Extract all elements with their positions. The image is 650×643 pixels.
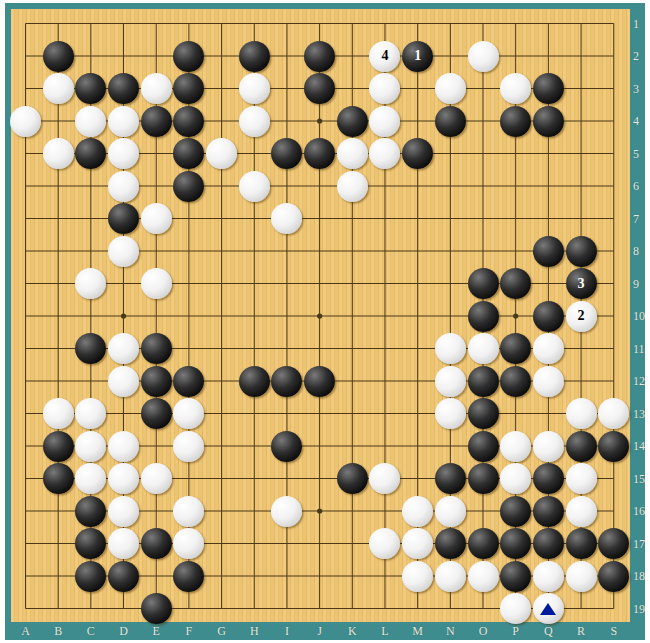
row-label-18: 18 [633, 570, 645, 582]
column-label-R: R [577, 625, 585, 637]
white-stone-L4[interactable] [369, 106, 400, 137]
black-stone-E4[interactable] [141, 106, 172, 137]
black-stone-Q8[interactable] [533, 236, 564, 267]
row-label-1: 1 [633, 18, 639, 30]
black-stone-F6[interactable] [173, 171, 204, 202]
black-stone-F4[interactable] [173, 106, 204, 137]
move-number-label: 3 [578, 277, 585, 291]
column-label-F: F [186, 625, 193, 637]
column-label-G: G [217, 625, 226, 637]
black-stone-O14[interactable] [468, 431, 499, 462]
row-label-16: 16 [633, 505, 645, 517]
white-stone-B5[interactable] [43, 138, 74, 169]
black-stone-O17[interactable] [468, 528, 499, 559]
row-label-8: 8 [633, 245, 639, 257]
column-label-H: H [250, 625, 259, 637]
black-stone-J2[interactable] [304, 41, 335, 72]
white-stone-E3[interactable] [141, 73, 172, 104]
black-stone-K4[interactable] [337, 106, 368, 137]
black-stone-D3[interactable] [108, 73, 139, 104]
black-stone-C18[interactable] [75, 561, 106, 592]
black-stone-O15[interactable] [468, 463, 499, 494]
white-stone-O18[interactable] [468, 561, 499, 592]
goban[interactable]: 4132 [11, 9, 630, 622]
white-stone-E15[interactable] [141, 463, 172, 494]
star-point [317, 118, 322, 123]
white-stone-Q12[interactable] [533, 366, 564, 397]
white-stone-Q18[interactable] [533, 561, 564, 592]
black-stone-E17[interactable] [141, 528, 172, 559]
white-stone-D15[interactable] [108, 463, 139, 494]
star-point [317, 313, 322, 318]
white-stone-O11[interactable] [468, 333, 499, 364]
row-label-14: 14 [633, 440, 645, 452]
column-label-B: B [54, 625, 62, 637]
white-stone-E9[interactable] [141, 268, 172, 299]
black-stone-M2[interactable]: 1 [402, 41, 433, 72]
row-label-9: 9 [633, 278, 639, 290]
black-stone-F18[interactable] [173, 561, 204, 592]
black-stone-H2[interactable] [239, 41, 270, 72]
white-stone-D5[interactable] [108, 138, 139, 169]
white-stone-R10[interactable]: 2 [566, 301, 597, 332]
white-stone-K6[interactable] [337, 171, 368, 202]
black-stone-R8[interactable] [566, 236, 597, 267]
move-number-label: 4 [381, 49, 388, 63]
white-stone-D17[interactable] [108, 528, 139, 559]
column-label-J: J [317, 625, 322, 637]
row-label-17: 17 [633, 538, 645, 550]
white-stone-F16[interactable] [173, 496, 204, 527]
white-stone-D11[interactable] [108, 333, 139, 364]
black-stone-J5[interactable] [304, 138, 335, 169]
white-stone-N12[interactable] [435, 366, 466, 397]
column-label-C: C [87, 625, 95, 637]
white-stone-B13[interactable] [43, 398, 74, 429]
black-stone-P12[interactable] [500, 366, 531, 397]
white-stone-D12[interactable] [108, 366, 139, 397]
black-stone-E13[interactable] [141, 398, 172, 429]
white-stone-E7[interactable] [141, 203, 172, 234]
white-stone-M18[interactable] [402, 561, 433, 592]
white-stone-R15[interactable] [566, 463, 597, 494]
white-stone-P14[interactable] [500, 431, 531, 462]
black-stone-Q16[interactable] [533, 496, 564, 527]
white-stone-Q14[interactable] [533, 431, 564, 462]
black-stone-P4[interactable] [500, 106, 531, 137]
black-stone-C16[interactable] [75, 496, 106, 527]
move-number-label: 2 [578, 309, 585, 323]
column-label-S: S [610, 625, 617, 637]
white-stone-Q11[interactable] [533, 333, 564, 364]
white-stone-N13[interactable] [435, 398, 466, 429]
black-stone-O12[interactable] [468, 366, 499, 397]
black-stone-J12[interactable] [304, 366, 335, 397]
black-stone-R17[interactable] [566, 528, 597, 559]
white-stone-A4[interactable] [10, 106, 41, 137]
black-stone-I14[interactable] [271, 431, 302, 462]
column-label-I: I [285, 625, 289, 637]
column-label-A: A [21, 625, 30, 637]
white-stone-P15[interactable] [500, 463, 531, 494]
white-stone-H3[interactable] [239, 73, 270, 104]
row-label-5: 5 [633, 148, 639, 160]
black-stone-K15[interactable] [337, 463, 368, 494]
black-stone-B15[interactable] [43, 463, 74, 494]
white-stone-H6[interactable] [239, 171, 270, 202]
white-stone-B3[interactable] [43, 73, 74, 104]
row-label-13: 13 [633, 408, 645, 420]
black-stone-N17[interactable] [435, 528, 466, 559]
black-stone-S14[interactable] [598, 431, 629, 462]
black-stone-Q3[interactable] [533, 73, 564, 104]
black-stone-F2[interactable] [173, 41, 204, 72]
column-label-L: L [381, 625, 388, 637]
white-stone-C4[interactable] [75, 106, 106, 137]
black-stone-O13[interactable] [468, 398, 499, 429]
black-stone-Q15[interactable] [533, 463, 564, 494]
white-stone-D4[interactable] [108, 106, 139, 137]
column-label-D: D [119, 625, 128, 637]
triangle-marker-icon [540, 603, 556, 615]
white-stone-I16[interactable] [271, 496, 302, 527]
black-stone-Q17[interactable] [533, 528, 564, 559]
white-stone-P19[interactable] [500, 593, 531, 624]
white-stone-N11[interactable] [435, 333, 466, 364]
black-stone-P17[interactable] [500, 528, 531, 559]
star-point [513, 313, 518, 318]
black-stone-R14[interactable] [566, 431, 597, 462]
black-stone-O10[interactable] [468, 301, 499, 332]
white-stone-Q19[interactable] [533, 593, 564, 624]
white-stone-P3[interactable] [500, 73, 531, 104]
white-stone-D14[interactable] [108, 431, 139, 462]
white-stone-M17[interactable] [402, 528, 433, 559]
black-stone-N4[interactable] [435, 106, 466, 137]
star-point [121, 313, 126, 318]
black-stone-P11[interactable] [500, 333, 531, 364]
black-stone-S18[interactable] [598, 561, 629, 592]
black-stone-M5[interactable] [402, 138, 433, 169]
black-stone-J3[interactable] [304, 73, 335, 104]
page: { "game": "go", "board": { "size": 19, "… [0, 0, 650, 643]
row-label-15: 15 [633, 473, 645, 485]
row-label-11: 11 [633, 343, 645, 355]
black-stone-Q10[interactable] [533, 301, 564, 332]
white-stone-D6[interactable] [108, 171, 139, 202]
black-stone-B2[interactable] [43, 41, 74, 72]
row-label-6: 6 [633, 180, 639, 192]
white-stone-C14[interactable] [75, 431, 106, 462]
row-label-12: 12 [633, 375, 645, 387]
white-stone-R13[interactable] [566, 398, 597, 429]
row-label-3: 3 [633, 83, 639, 95]
black-stone-E19[interactable] [141, 593, 172, 624]
black-stone-P9[interactable] [500, 268, 531, 299]
black-stone-H12[interactable] [239, 366, 270, 397]
white-stone-R16[interactable] [566, 496, 597, 527]
black-stone-O9[interactable] [468, 268, 499, 299]
column-label-K: K [348, 625, 357, 637]
board-frame: 4132 ABCDEFGHIJKLMNOPQRS 123456789101112… [5, 3, 645, 640]
move-number-label: 1 [414, 49, 421, 63]
column-label-E: E [153, 625, 160, 637]
row-label-19: 19 [633, 603, 645, 615]
white-stone-O2[interactable] [468, 41, 499, 72]
white-stone-D8[interactable] [108, 236, 139, 267]
white-stone-N18[interactable] [435, 561, 466, 592]
black-stone-E12[interactable] [141, 366, 172, 397]
black-stone-N15[interactable] [435, 463, 466, 494]
row-label-2: 2 [633, 50, 639, 62]
white-stone-N3[interactable] [435, 73, 466, 104]
column-label-M: M [412, 625, 423, 637]
column-label-Q: Q [544, 625, 553, 637]
white-stone-R18[interactable] [566, 561, 597, 592]
black-stone-F12[interactable] [173, 366, 204, 397]
column-label-N: N [446, 625, 455, 637]
black-stone-R9[interactable]: 3 [566, 268, 597, 299]
white-stone-M16[interactable] [402, 496, 433, 527]
column-label-P: P [512, 625, 519, 637]
black-stone-I12[interactable] [271, 366, 302, 397]
white-stone-K5[interactable] [337, 138, 368, 169]
black-stone-B14[interactable] [43, 431, 74, 462]
white-stone-N16[interactable] [435, 496, 466, 527]
white-stone-F14[interactable] [173, 431, 204, 462]
white-stone-H4[interactable] [239, 106, 270, 137]
black-stone-D18[interactable] [108, 561, 139, 592]
row-label-4: 4 [633, 115, 639, 127]
black-stone-P16[interactable] [500, 496, 531, 527]
column-label-O: O [479, 625, 488, 637]
white-stone-G5[interactable] [206, 138, 237, 169]
row-label-10: 10 [633, 310, 645, 322]
black-stone-Q4[interactable] [533, 106, 564, 137]
white-stone-D16[interactable] [108, 496, 139, 527]
row-label-7: 7 [633, 213, 639, 225]
black-stone-D7[interactable] [108, 203, 139, 234]
black-stone-E11[interactable] [141, 333, 172, 364]
black-stone-P18[interactable] [500, 561, 531, 592]
star-point [317, 508, 322, 513]
white-stone-L2[interactable]: 4 [369, 41, 400, 72]
